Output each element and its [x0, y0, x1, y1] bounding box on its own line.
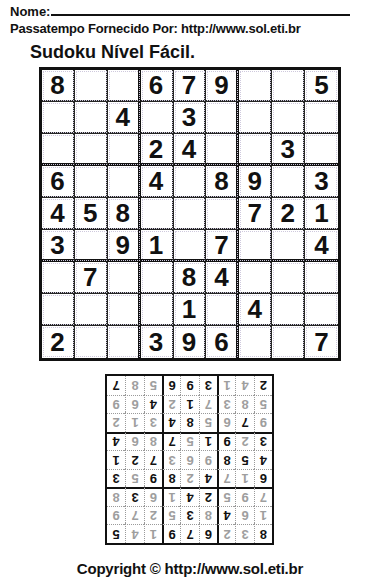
solution-cell-r8c2: 8	[235, 395, 253, 414]
cell-r3c3[interactable]	[108, 134, 141, 166]
sudoku-puzzle-board: 867954324364893458721391747841423967	[39, 67, 341, 361]
cell-r6c6: 7	[206, 230, 239, 262]
solution-cell-r7c7: 3	[144, 413, 162, 432]
solution-cell-r2c4: 8	[199, 506, 217, 525]
solution-cell-r8c9: 9	[107, 395, 125, 414]
cell-r8c1[interactable]	[42, 294, 75, 326]
solution-cell-r9c1: 2	[254, 376, 272, 395]
cell-r3c7[interactable]	[239, 134, 272, 166]
solution-cell-r5c6: 3	[162, 450, 180, 469]
solution-cell-r8c7: 4	[144, 395, 162, 414]
name-label: Nome:	[10, 4, 50, 19]
solution-cell-r5c4: 9	[199, 450, 217, 469]
cell-r4c3[interactable]	[108, 166, 141, 198]
cell-r7c9[interactable]	[305, 262, 338, 294]
solution-cell-r1c3: 2	[217, 524, 235, 543]
sudoku-worksheet: Nome: Passatempo Fornecido Por: http://w…	[0, 0, 380, 585]
solution-cell-r8c1: 5	[254, 395, 272, 414]
cell-r2c6[interactable]	[206, 102, 239, 134]
cell-r8c5: 1	[174, 294, 207, 326]
solution-cell-r3c4: 2	[199, 487, 217, 506]
solution-cell-r3c5: 4	[180, 487, 198, 506]
cell-r1c5: 7	[174, 70, 207, 102]
solution-cell-r1c9: 5	[107, 524, 125, 543]
solution-cell-r6c8: 6	[125, 432, 143, 451]
page-title: Sudoku Nível Fácil.	[30, 42, 195, 63]
solution-cell-r7c6: 4	[162, 413, 180, 432]
name-blank-line[interactable]	[51, 3, 350, 16]
solution-cell-r4c1: 6	[254, 469, 272, 488]
cell-r9c8[interactable]	[272, 326, 305, 358]
solution-cell-r8c4: 7	[199, 395, 217, 414]
cell-r5c1: 4	[42, 198, 75, 230]
cell-r5c7: 7	[239, 198, 272, 230]
cell-r9c3[interactable]	[108, 326, 141, 358]
solution-cell-r1c6: 9	[162, 524, 180, 543]
solution-cell-r6c9: 4	[107, 432, 125, 451]
solution-cell-r9c9: 7	[107, 376, 125, 395]
cell-r8c6[interactable]	[206, 294, 239, 326]
cell-r6c8[interactable]	[272, 230, 305, 262]
cell-r9c5: 9	[174, 326, 207, 358]
cell-r8c7: 4	[239, 294, 272, 326]
solution-cell-r9c5: 9	[180, 376, 198, 395]
solution-cell-r4c6: 8	[162, 469, 180, 488]
solution-cell-r8c5: 1	[180, 395, 198, 414]
solution-cell-r1c4: 6	[199, 524, 217, 543]
cell-r1c3[interactable]	[108, 70, 141, 102]
solution-cell-r6c3: 9	[217, 432, 235, 451]
solution-cell-r4c7: 9	[144, 469, 162, 488]
cell-r9c1: 2	[42, 326, 75, 358]
cell-r2c1[interactable]	[42, 102, 75, 134]
solution-cell-r1c8: 4	[125, 524, 143, 543]
cell-r5c8: 2	[272, 198, 305, 230]
cell-r8c3[interactable]	[108, 294, 141, 326]
cell-r2c8[interactable]	[272, 102, 305, 134]
cell-r6c2[interactable]	[75, 230, 108, 262]
solution-cell-r5c3: 8	[217, 450, 235, 469]
solution-cell-r5c9: 1	[107, 450, 125, 469]
solution-cell-r7c5: 8	[180, 413, 198, 432]
cell-r5c2: 5	[75, 198, 108, 230]
cell-r1c1: 8	[42, 70, 75, 102]
cell-r8c4[interactable]	[141, 294, 174, 326]
solution-cell-r7c1: 9	[254, 413, 272, 432]
cell-r3c5: 4	[174, 134, 207, 166]
cell-r3c1[interactable]	[42, 134, 75, 166]
cell-r5c4[interactable]	[141, 198, 174, 230]
cell-r6c4: 1	[141, 230, 174, 262]
cell-r8c8[interactable]	[272, 294, 305, 326]
cell-r1c8[interactable]	[272, 70, 305, 102]
solution-cell-r3c2: 9	[235, 487, 253, 506]
solution-cell-r7c4: 5	[199, 413, 217, 432]
cell-r2c3: 4	[108, 102, 141, 134]
solution-cell-r3c8: 3	[125, 487, 143, 506]
solution-cell-r5c2: 5	[235, 450, 253, 469]
solution-cell-r9c7: 5	[144, 376, 162, 395]
solution-cell-r5c8: 2	[125, 450, 143, 469]
cell-r6c3: 9	[108, 230, 141, 262]
cell-r6c9: 4	[305, 230, 338, 262]
cell-r7c5: 8	[174, 262, 207, 294]
cell-r2c4[interactable]	[141, 102, 174, 134]
cell-r4c9: 3	[305, 166, 338, 198]
solution-cell-r6c2: 2	[235, 432, 253, 451]
name-row: Nome:	[10, 3, 350, 19]
solution-cell-r5c7: 7	[144, 450, 162, 469]
cell-r7c7[interactable]	[239, 262, 272, 294]
solution-cell-r4c2: 1	[235, 469, 253, 488]
cell-r1c2[interactable]	[75, 70, 108, 102]
cell-r2c5: 3	[174, 102, 207, 134]
cell-r3c4: 2	[141, 134, 174, 166]
cell-r8c9[interactable]	[305, 294, 338, 326]
solution-cell-r7c8: 1	[125, 413, 143, 432]
cell-r5c5[interactable]	[174, 198, 207, 230]
solution-cell-r6c1: 3	[254, 432, 272, 451]
solution-cell-r1c1: 8	[254, 524, 272, 543]
cell-r7c1[interactable]	[42, 262, 75, 294]
cell-r4c1: 6	[42, 166, 75, 198]
sudoku-solution-board-rotated: 8326791451648352797952416386174289534589…	[105, 374, 274, 545]
cell-r5c3: 8	[108, 198, 141, 230]
cell-r7c2: 7	[75, 262, 108, 294]
solution-cell-r5c5: 6	[180, 450, 198, 469]
solution-cell-r6c4: 1	[199, 432, 217, 451]
cell-r5c9: 1	[305, 198, 338, 230]
cell-r2c2[interactable]	[75, 102, 108, 134]
solution-cell-r8c3: 3	[217, 395, 235, 414]
solution-cell-r2c5: 3	[180, 506, 198, 525]
solution-cell-r9c8: 8	[125, 376, 143, 395]
solution-cell-r3c9: 8	[107, 487, 125, 506]
solution-cell-r7c2: 7	[235, 413, 253, 432]
solution-cell-r2c2: 6	[235, 506, 253, 525]
provider-line: Passatempo Fornecido Por: http://www.sol…	[10, 21, 301, 36]
cell-r9c2[interactable]	[75, 326, 108, 358]
cell-r3c9[interactable]	[305, 134, 338, 166]
cell-r7c3[interactable]	[108, 262, 141, 294]
solution-cell-r6c6: 7	[162, 432, 180, 451]
cell-r4c6: 8	[206, 166, 239, 198]
solution-cell-r4c8: 5	[125, 469, 143, 488]
solution-cell-r2c3: 4	[217, 506, 235, 525]
cell-r9c4: 3	[141, 326, 174, 358]
solution-cell-r2c8: 7	[125, 506, 143, 525]
cell-r2c7[interactable]	[239, 102, 272, 134]
cell-r7c8[interactable]	[272, 262, 305, 294]
cell-r9c7[interactable]	[239, 326, 272, 358]
solution-cell-r1c7: 1	[144, 524, 162, 543]
solution-cell-r3c3: 5	[217, 487, 235, 506]
solution-cell-r3c7: 6	[144, 487, 162, 506]
solution-cell-r9c3: 1	[217, 376, 235, 395]
solution-cell-r5c1: 4	[254, 450, 272, 469]
solution-cell-r9c2: 4	[235, 376, 253, 395]
solution-cell-r7c3: 6	[217, 413, 235, 432]
cell-r4c2[interactable]	[75, 166, 108, 198]
solution-cell-r1c2: 3	[235, 524, 253, 543]
solution-cell-r2c6: 5	[162, 506, 180, 525]
solution-cell-r7c9: 2	[107, 413, 125, 432]
solution-cell-r1c5: 7	[180, 524, 198, 543]
cell-r4c4: 4	[141, 166, 174, 198]
solution-cell-r8c6: 2	[162, 395, 180, 414]
solution-cell-r4c9: 3	[107, 469, 125, 488]
solution-cell-r3c6: 1	[162, 487, 180, 506]
solution-cell-r4c3: 7	[217, 469, 235, 488]
cell-r5c6[interactable]	[206, 198, 239, 230]
cell-r4c8[interactable]	[272, 166, 305, 198]
cell-r3c2[interactable]	[75, 134, 108, 166]
cell-r6c7[interactable]	[239, 230, 272, 262]
solution-cell-r2c7: 2	[144, 506, 162, 525]
cell-r1c6: 9	[206, 70, 239, 102]
cell-r3c8: 3	[272, 134, 305, 166]
cell-r1c7[interactable]	[239, 70, 272, 102]
solution-cell-r8c8: 6	[125, 395, 143, 414]
solution-cell-r6c5: 5	[180, 432, 198, 451]
cell-r9c6: 6	[206, 326, 239, 358]
cell-r9c9: 7	[305, 326, 338, 358]
copyright-line: Copyright © http://www.sol.eti.br	[0, 560, 380, 577]
cell-r7c6: 4	[206, 262, 239, 294]
cell-r7c4[interactable]	[141, 262, 174, 294]
cell-r4c7: 9	[239, 166, 272, 198]
solution-cell-r4c4: 4	[199, 469, 217, 488]
cell-r1c4: 6	[141, 70, 174, 102]
cell-r4c5[interactable]	[174, 166, 207, 198]
solution-cell-r2c1: 1	[254, 506, 272, 525]
cell-r8c2[interactable]	[75, 294, 108, 326]
cell-r6c1: 3	[42, 230, 75, 262]
solution-cell-r4c5: 2	[180, 469, 198, 488]
solution-cell-r6c7: 8	[144, 432, 162, 451]
solution-cell-r9c4: 3	[199, 376, 217, 395]
cell-r2c9[interactable]	[305, 102, 338, 134]
solution-cell-r3c1: 7	[254, 487, 272, 506]
cell-r6c5[interactable]	[174, 230, 207, 262]
cell-r1c9: 5	[305, 70, 338, 102]
cell-r3c6[interactable]	[206, 134, 239, 166]
solution-cell-r2c9: 9	[107, 506, 125, 525]
solution-cell-r9c6: 6	[162, 376, 180, 395]
